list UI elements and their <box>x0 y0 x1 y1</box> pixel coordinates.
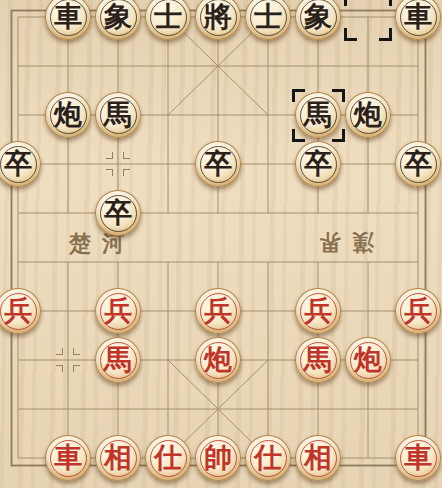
bracket-corner <box>344 0 357 6</box>
bracket-corner <box>292 129 305 142</box>
piece-black-soldier[interactable]: 卒 <box>95 190 141 236</box>
star-point-marker <box>56 348 80 372</box>
piece-glyph: 兵 <box>304 297 332 325</box>
star-corner <box>123 152 130 159</box>
piece-glyph: 兵 <box>4 297 32 325</box>
piece-red-soldier[interactable]: 兵 <box>295 288 341 334</box>
bracket-corner <box>292 89 305 102</box>
bracket-corner <box>379 0 392 6</box>
piece-glyph: 卒 <box>204 150 232 178</box>
piece-glyph: 象 <box>304 3 332 31</box>
piece-red-cannon[interactable]: 炮 <box>195 337 241 383</box>
piece-glyph: 炮 <box>354 101 382 129</box>
piece-glyph: 炮 <box>354 346 382 374</box>
piece-red-chariot[interactable]: 車 <box>45 435 91 481</box>
piece-red-horse[interactable]: 馬 <box>95 337 141 383</box>
piece-red-soldier[interactable]: 兵 <box>95 288 141 334</box>
star-corner <box>56 348 63 355</box>
river-label-right: 漢界 <box>308 232 374 254</box>
piece-red-chariot[interactable]: 車 <box>395 435 441 481</box>
river-label-left: 楚河 <box>69 232 135 254</box>
piece-glyph: 馬 <box>104 346 132 374</box>
star-corner <box>106 169 113 176</box>
bracket-corner <box>332 89 345 102</box>
piece-glyph: 士 <box>154 3 182 31</box>
piece-glyph: 卒 <box>304 150 332 178</box>
piece-glyph: 象 <box>104 3 132 31</box>
piece-glyph: 卒 <box>4 150 32 178</box>
piece-glyph: 車 <box>404 3 432 31</box>
piece-black-horse[interactable]: 馬 <box>95 92 141 138</box>
piece-glyph: 仕 <box>154 444 182 472</box>
piece-red-soldier[interactable]: 兵 <box>395 288 441 334</box>
last-move-from-marker <box>344 0 392 41</box>
piece-glyph: 相 <box>104 444 132 472</box>
piece-red-elephant[interactable]: 相 <box>95 435 141 481</box>
piece-black-cannon[interactable]: 炮 <box>45 92 91 138</box>
bracket-corner <box>379 28 392 41</box>
xiangqi-board: 楚河 漢界 車象士將士象車炮馬馬炮卒卒卒卒卒兵兵兵兵兵馬炮馬炮車相仕帥仕相車 <box>0 0 442 488</box>
piece-glyph: 馬 <box>304 346 332 374</box>
bracket-corner <box>344 28 357 41</box>
star-corner <box>106 152 113 159</box>
piece-glyph: 仕 <box>254 444 282 472</box>
star-corner <box>73 348 80 355</box>
piece-glyph: 馬 <box>104 101 132 129</box>
bracket-corner <box>332 129 345 142</box>
star-corner <box>123 169 130 176</box>
star-corner <box>73 365 80 372</box>
piece-glyph: 車 <box>54 3 82 31</box>
piece-glyph: 卒 <box>104 199 132 227</box>
piece-glyph: 卒 <box>404 150 432 178</box>
piece-red-advisor[interactable]: 仕 <box>245 435 291 481</box>
piece-glyph: 兵 <box>104 297 132 325</box>
piece-glyph: 炮 <box>54 101 82 129</box>
piece-glyph: 將 <box>204 3 232 31</box>
piece-black-soldier[interactable]: 卒 <box>295 141 341 187</box>
piece-glyph: 車 <box>54 444 82 472</box>
piece-red-cannon[interactable]: 炮 <box>345 337 391 383</box>
piece-red-soldier[interactable]: 兵 <box>195 288 241 334</box>
piece-black-soldier[interactable]: 卒 <box>195 141 241 187</box>
piece-glyph: 帥 <box>204 444 232 472</box>
piece-glyph: 士 <box>254 3 282 31</box>
piece-glyph: 兵 <box>404 297 432 325</box>
star-corner <box>56 365 63 372</box>
piece-glyph: 車 <box>404 444 432 472</box>
piece-glyph: 炮 <box>204 346 232 374</box>
piece-glyph: 兵 <box>204 297 232 325</box>
piece-black-cannon[interactable]: 炮 <box>345 92 391 138</box>
piece-glyph: 相 <box>304 444 332 472</box>
piece-red-elephant[interactable]: 相 <box>295 435 341 481</box>
piece-red-general[interactable]: 帥 <box>195 435 241 481</box>
last-move-to-marker <box>292 89 345 142</box>
piece-red-advisor[interactable]: 仕 <box>145 435 191 481</box>
star-point-marker <box>106 152 130 176</box>
board-grid-lines <box>0 0 442 488</box>
piece-black-soldier[interactable]: 卒 <box>395 141 441 187</box>
piece-red-horse[interactable]: 馬 <box>295 337 341 383</box>
